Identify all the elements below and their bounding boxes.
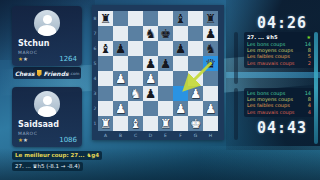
stat-value: 2	[308, 60, 311, 66]
avatar-bust	[38, 106, 56, 117]
player-country-black: MAROC	[18, 50, 37, 55]
square-b4[interactable]: ♟	[113, 71, 128, 86]
chess-board: 87654321 ♜♝♜♞♚♟♝♟♟♞♟♟♛♟♟♞♟♟♟♟♟♜♝♜♚ ABCDE…	[92, 5, 224, 140]
square-a6[interactable]: ♝	[98, 41, 113, 56]
square-a8[interactable]: ♜	[98, 11, 113, 26]
square-h4[interactable]	[203, 71, 218, 86]
square-h1[interactable]	[203, 116, 218, 131]
engine-comment-box: Le meilleur coup: 27... ♞g4 27. ... ♛h5 …	[12, 151, 102, 173]
square-f3[interactable]	[173, 86, 188, 101]
stat-row-les-mauvais-coups: Les mauvais coups2	[247, 60, 311, 66]
avatar-white	[34, 91, 60, 117]
square-c3[interactable]: ♞	[128, 86, 143, 101]
square-e5[interactable]: ♟	[158, 56, 173, 71]
black-pawn-d5: ♟	[143, 56, 158, 71]
square-b6[interactable]: ♟	[113, 41, 128, 56]
move-quality-panel-white: Les bons coups14Les moyens coups8Les fai…	[244, 88, 314, 117]
logo-text-dotcom: .com	[70, 71, 80, 76]
square-h5[interactable]: ♛	[203, 56, 218, 71]
logo-text-chess: Chess	[15, 70, 35, 77]
black-knight-h6: ♞	[203, 41, 218, 56]
square-c2[interactable]	[128, 101, 143, 116]
square-a7[interactable]	[98, 26, 113, 41]
player-name-black: Stchun	[18, 39, 49, 48]
white-rook-e1: ♜	[158, 116, 173, 131]
player-stars-white: ★★	[18, 137, 28, 143]
square-d4[interactable]: ♟	[143, 71, 158, 86]
square-c4[interactable]	[128, 71, 143, 86]
played-move-eval-text: 27. ... ♛h5 (-8.1 → -8.4)	[12, 162, 83, 171]
square-d8[interactable]	[143, 11, 158, 26]
square-b1[interactable]	[113, 116, 128, 131]
square-h3[interactable]	[203, 86, 218, 101]
square-g5[interactable]	[188, 56, 203, 71]
player-rating-black: 1264	[59, 55, 77, 63]
white-pawn-h2: ♟	[203, 101, 218, 116]
avatar-bust	[38, 25, 56, 36]
square-b5[interactable]	[113, 56, 128, 71]
square-e8[interactable]	[158, 11, 173, 26]
file-label-f: F	[173, 131, 188, 140]
square-f5[interactable]	[173, 56, 188, 71]
black-rook-a8: ♜	[98, 11, 113, 26]
square-g3[interactable]: ♟	[188, 86, 203, 101]
avatar-black	[34, 10, 60, 36]
square-f4[interactable]	[173, 71, 188, 86]
square-b2[interactable]: ♟	[113, 101, 128, 116]
avatar-head	[43, 96, 52, 105]
square-d3[interactable]: ♟	[143, 86, 158, 101]
square-c7[interactable]	[128, 26, 143, 41]
player-country-white: MAROC	[18, 131, 37, 136]
square-e7[interactable]: ♚	[158, 26, 173, 41]
stat-label: Les mauvais coups	[247, 60, 294, 66]
game-screen: Stchun MAROC ★★ 1264 Chess Friends .com …	[0, 0, 320, 180]
clock-black: 04:26	[250, 14, 314, 32]
file-label-h: H	[203, 131, 218, 140]
white-bishop-c1: ♝	[128, 116, 143, 131]
chessfriends-logo[interactable]: Chess Friends .com	[13, 67, 81, 79]
clock-white: 04:43	[250, 119, 314, 137]
scrollbar[interactable]	[234, 32, 238, 84]
black-queen-h5: ♛	[203, 56, 218, 71]
square-g1[interactable]: ♚	[188, 116, 203, 131]
white-rook-a1: ♜	[98, 116, 113, 131]
square-d2[interactable]	[143, 101, 158, 116]
square-c6[interactable]	[128, 41, 143, 56]
square-g7[interactable]	[188, 26, 203, 41]
black-pawn-h7: ♟	[203, 26, 218, 41]
square-d6[interactable]	[143, 41, 158, 56]
player-card-white[interactable]: Saidsaad MAROC ★★ 1086	[12, 87, 82, 147]
logo-text-friends: Friends	[44, 70, 69, 77]
player-card-black[interactable]: Stchun MAROC ★★ 1264	[12, 6, 82, 66]
black-pawn-b6: ♟	[113, 41, 128, 56]
square-b7[interactable]	[113, 26, 128, 41]
avatar-head	[43, 15, 52, 24]
square-b8[interactable]	[113, 11, 128, 26]
white-pawn-d4: ♟	[143, 71, 158, 86]
file-label-b: B	[113, 131, 128, 140]
background-streak	[200, 146, 320, 180]
black-knight-d7: ♞	[143, 26, 158, 41]
square-d7[interactable]: ♞	[143, 26, 158, 41]
black-pawn-e5: ♟	[158, 56, 173, 71]
board-squares: ♜♝♜♞♚♟♝♟♟♞♟♟♛♟♟♞♟♟♟♟♟♜♝♜♚	[98, 11, 218, 131]
file-label-d: D	[143, 131, 158, 140]
good-move-star-icon: ★	[307, 34, 311, 41]
file-label-e: E	[158, 131, 173, 140]
star-icon: ★	[23, 137, 28, 143]
square-d1[interactable]	[143, 116, 158, 131]
square-c1[interactable]: ♝	[128, 116, 143, 131]
last-move-label: 27. ... ♛h5	[247, 34, 278, 41]
square-f2[interactable]: ♟	[173, 101, 188, 116]
last-move-header: 27. ... ♛h5 ★	[247, 34, 311, 41]
square-f6[interactable]: ♟	[173, 41, 188, 56]
move-quality-panel-black: 27. ... ♛h5 ★ Les bons coups14Les moyens…	[244, 32, 314, 68]
player-rating-white: 1086	[59, 136, 77, 144]
move-quality-rows: Les bons coups14Les moyens coups8Les fai…	[247, 41, 311, 66]
star-icon: ★	[23, 56, 28, 62]
best-move-text: Le meilleur coup: 27... ♞g4	[12, 151, 102, 160]
player-name-white: Saidsaad	[18, 120, 59, 129]
black-rook-h8: ♜	[203, 11, 218, 26]
square-g4[interactable]	[188, 71, 203, 86]
square-f8[interactable]: ♝	[173, 11, 188, 26]
file-label-c: C	[128, 131, 143, 140]
square-f1[interactable]	[173, 116, 188, 131]
square-h2[interactable]: ♟	[203, 101, 218, 116]
square-a3[interactable]	[98, 86, 113, 101]
stat-label: Les mauvais coups	[247, 109, 294, 115]
white-pawn-g3: ♟	[188, 86, 203, 101]
white-pawn-f2: ♟	[173, 101, 188, 116]
square-f7[interactable]	[173, 26, 188, 41]
square-b3[interactable]	[113, 86, 128, 101]
square-h6[interactable]: ♞	[203, 41, 218, 56]
scrollbar[interactable]	[234, 88, 238, 140]
shield-icon	[37, 70, 42, 77]
square-a5[interactable]	[98, 56, 113, 71]
white-king-g1: ♚	[188, 116, 203, 131]
square-a2[interactable]	[98, 101, 113, 116]
file-label-g: G	[188, 131, 203, 140]
black-pawn-d3: ♟	[143, 86, 158, 101]
square-e2[interactable]	[158, 101, 173, 116]
move-quality-rows: Les bons coups14Les moyens coups8Les fai…	[247, 90, 311, 115]
square-e3[interactable]	[158, 86, 173, 101]
white-pawn-b4: ♟	[113, 71, 128, 86]
square-g6[interactable]	[188, 41, 203, 56]
stat-value: 4	[308, 109, 311, 115]
player-stars-black: ★★	[18, 56, 28, 62]
square-c8[interactable]	[128, 11, 143, 26]
file-label-a: A	[98, 131, 113, 140]
black-bishop-a6: ♝	[98, 41, 113, 56]
white-pawn-b2: ♟	[113, 101, 128, 116]
file-labels: ABCDEFGH	[98, 131, 218, 140]
square-h8[interactable]: ♜	[203, 11, 218, 26]
square-c5[interactable]	[128, 56, 143, 71]
square-a4[interactable]	[98, 71, 113, 86]
white-knight-c3: ♞	[128, 86, 143, 101]
right-edge-strip	[314, 32, 318, 144]
black-bishop-f8: ♝	[173, 11, 188, 26]
square-a1[interactable]: ♜	[98, 116, 113, 131]
black-pawn-f6: ♟	[173, 41, 188, 56]
square-e1[interactable]: ♜	[158, 116, 173, 131]
square-g2[interactable]	[188, 101, 203, 116]
square-e6[interactable]	[158, 41, 173, 56]
square-d5[interactable]: ♟	[143, 56, 158, 71]
square-h7[interactable]: ♟	[203, 26, 218, 41]
square-e4[interactable]	[158, 71, 173, 86]
stat-row-les-mauvais-coups: Les mauvais coups4	[247, 109, 311, 115]
square-g8[interactable]	[188, 11, 203, 26]
black-king-e7: ♚	[158, 26, 173, 41]
